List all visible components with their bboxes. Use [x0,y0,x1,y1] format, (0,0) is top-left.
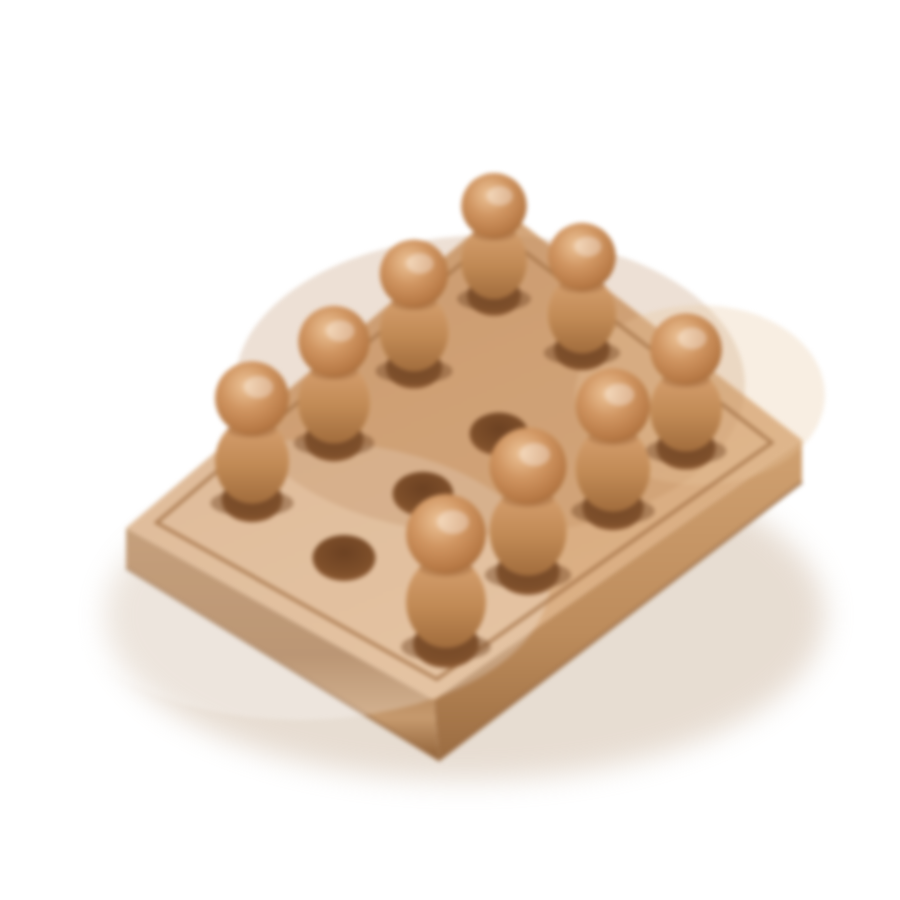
peg-a3[interactable] [210,361,293,517]
peg-c1[interactable] [571,369,655,525]
peg-d1[interactable] [646,313,727,464]
peg-b3[interactable] [294,306,375,457]
peg-b1[interactable] [485,428,572,590]
peg-a1[interactable] [401,494,491,662]
peg-d3[interactable] [457,173,531,311]
hole-a2-empty[interactable] [312,535,375,581]
peg-d2[interactable] [544,223,620,366]
product-photo [0,0,900,900]
peg-board-photo [0,0,900,900]
peg-c3[interactable] [375,239,452,383]
